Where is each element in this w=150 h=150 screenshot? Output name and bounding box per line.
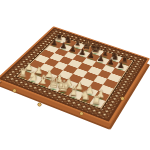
brass-clasp-icon xyxy=(38,103,41,106)
square-h5 xyxy=(107,73,121,82)
piece-black-pawn-h7: ♟ xyxy=(112,60,129,71)
brass-clasp-icon xyxy=(80,112,83,115)
chess-board: ♜♞♝♛♚♝♞♜♟♟♟♟♟♟♟♟♟♟♟♟♟♟♟♟♜♞♝♛♚♝♞♜ xyxy=(0,26,150,124)
piece-white-rook-h1: ♜ xyxy=(86,94,105,107)
chess-set-product-photo: ♜♞♝♛♚♝♞♜♟♟♟♟♟♟♟♟♟♟♟♟♟♟♟♟♜♞♝♛♚♝♞♜ xyxy=(0,0,150,150)
square-h1: ♜ xyxy=(90,97,105,108)
square-e5 xyxy=(78,63,92,72)
brass-hinge-icon xyxy=(121,97,124,100)
brass-clasp-icon xyxy=(13,89,16,92)
